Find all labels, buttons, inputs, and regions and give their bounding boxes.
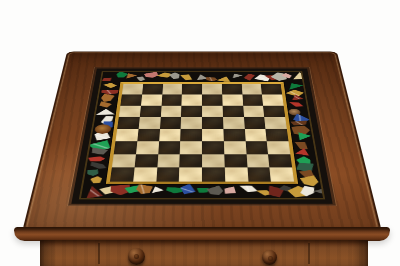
- gold-fillet-border: [106, 82, 298, 184]
- chessboard: [110, 84, 294, 182]
- board-square[interactable]: [136, 141, 159, 154]
- board-square[interactable]: [241, 84, 262, 95]
- specimen-stone-chip: [295, 140, 310, 150]
- board-square[interactable]: [120, 94, 142, 105]
- board-square[interactable]: [160, 117, 182, 129]
- specimen-stone-chip: [180, 73, 194, 81]
- table-apron: [40, 240, 368, 266]
- board-square[interactable]: [243, 105, 265, 116]
- specimen-stone-chip: [242, 73, 255, 82]
- specimen-stone-chip: [88, 156, 106, 161]
- board-square[interactable]: [264, 117, 286, 129]
- specimen-stone-chip: [204, 76, 218, 81]
- board-square[interactable]: [224, 154, 247, 167]
- board-square[interactable]: [182, 84, 202, 95]
- board-square[interactable]: [202, 168, 225, 182]
- board-square[interactable]: [266, 129, 289, 141]
- specimen-stone-chip: [102, 77, 112, 82]
- board-square[interactable]: [134, 154, 157, 167]
- specimen-stone-chip: [99, 93, 115, 102]
- board-square[interactable]: [225, 168, 248, 182]
- board-square[interactable]: [267, 141, 290, 154]
- board-square[interactable]: [110, 168, 134, 182]
- specimen-stone-chip: [101, 89, 119, 94]
- left-drawer-knob: [128, 248, 145, 265]
- board-square[interactable]: [244, 117, 266, 129]
- drawer-seam: [98, 243, 100, 264]
- board-square[interactable]: [261, 84, 282, 95]
- specimen-stone-chip: [97, 101, 112, 108]
- board-square[interactable]: [182, 94, 202, 105]
- wood-frame: [22, 51, 382, 232]
- board-square[interactable]: [263, 105, 285, 116]
- board-square[interactable]: [242, 94, 263, 105]
- table-edge-molding: [14, 227, 390, 241]
- board-square[interactable]: [202, 84, 222, 95]
- board-square[interactable]: [156, 168, 179, 182]
- board-square[interactable]: [222, 94, 243, 105]
- black-marble-band: [71, 69, 332, 204]
- board-square[interactable]: [181, 117, 202, 129]
- specimen-stone-chip: [206, 185, 225, 197]
- board-square[interactable]: [158, 141, 181, 154]
- table-top: [22, 51, 382, 232]
- board-square[interactable]: [181, 105, 202, 116]
- specimen-stone-chip: [168, 72, 182, 79]
- drawer-seam: [308, 243, 310, 264]
- specimen-stone-chip: [238, 183, 259, 193]
- board-square[interactable]: [160, 105, 181, 116]
- board-square[interactable]: [142, 84, 163, 95]
- board-square[interactable]: [114, 141, 137, 154]
- round-agate-specimen: [94, 124, 112, 133]
- board-square[interactable]: [119, 105, 141, 116]
- specimen-stone-chip: [143, 72, 158, 79]
- board-square[interactable]: [202, 117, 223, 129]
- specimen-marble-border: [81, 72, 323, 198]
- specimen-stone-chip: [291, 72, 310, 79]
- specimen-stone-chip: [288, 101, 305, 108]
- board-square[interactable]: [245, 141, 268, 154]
- board-square[interactable]: [202, 105, 223, 116]
- board-square[interactable]: [270, 168, 294, 182]
- board-square[interactable]: [246, 154, 269, 167]
- board-square[interactable]: [180, 141, 202, 154]
- board-square[interactable]: [222, 84, 242, 95]
- specimen-stone-chip: [90, 176, 104, 185]
- specimen-stone-chip: [113, 72, 128, 79]
- board-square[interactable]: [202, 129, 224, 141]
- board-square[interactable]: [223, 129, 245, 141]
- board-square[interactable]: [137, 129, 159, 141]
- specimen-stone-chip: [229, 72, 243, 78]
- board-square[interactable]: [140, 105, 162, 116]
- board-square[interactable]: [112, 154, 136, 167]
- board-square[interactable]: [244, 129, 266, 141]
- specimen-stone-chip: [84, 185, 103, 199]
- board-square[interactable]: [157, 154, 180, 167]
- specimen-stone-chip: [194, 74, 207, 80]
- board-square[interactable]: [202, 154, 225, 167]
- board-square[interactable]: [179, 154, 202, 167]
- specimen-stone-chip: [285, 81, 304, 90]
- board-square[interactable]: [247, 168, 271, 182]
- board-square[interactable]: [262, 94, 284, 105]
- board-square[interactable]: [161, 94, 182, 105]
- board-square[interactable]: [202, 94, 222, 105]
- board-square[interactable]: [162, 84, 182, 95]
- board-square[interactable]: [117, 117, 139, 129]
- specimen-stone-chip: [222, 186, 238, 196]
- specimen-stone-chip: [88, 161, 109, 171]
- specimen-stone-chip: [87, 169, 99, 177]
- board-square[interactable]: [133, 168, 157, 182]
- board-square[interactable]: [224, 141, 247, 154]
- board-square[interactable]: [222, 105, 243, 116]
- specimen-stone-chip: [135, 76, 147, 82]
- specimen-stone-chip: [103, 83, 117, 89]
- board-square[interactable]: [180, 129, 202, 141]
- board-square[interactable]: [268, 154, 292, 167]
- specimen-stone-chip: [96, 108, 116, 114]
- board-square[interactable]: [179, 168, 202, 182]
- board-square[interactable]: [202, 141, 224, 154]
- board-square[interactable]: [122, 84, 143, 95]
- board-square[interactable]: [223, 117, 245, 129]
- specimen-stone-chip: [313, 188, 323, 195]
- board-square[interactable]: [141, 94, 162, 105]
- specimen-stone-chip: [300, 175, 321, 188]
- board-square[interactable]: [159, 129, 181, 141]
- photo-stage: [0, 0, 400, 266]
- board-square[interactable]: [115, 129, 138, 141]
- board-square[interactable]: [138, 117, 160, 129]
- right-drawer-knob: [262, 250, 277, 265]
